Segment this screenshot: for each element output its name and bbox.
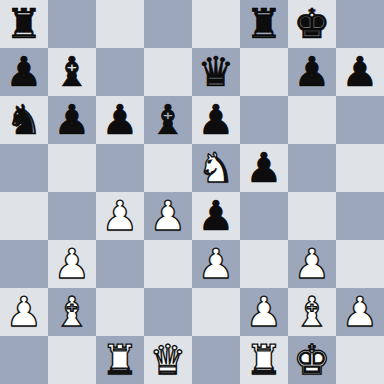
square-a4[interactable] (0, 192, 48, 240)
square-e7[interactable]: ♛ (192, 48, 240, 96)
piece-black-rook[interactable]: ♜ (246, 0, 283, 48)
piece-white-pawn[interactable]: ♟ (198, 240, 235, 288)
square-b7[interactable]: ♝ (48, 48, 96, 96)
square-f2[interactable]: ♟ (240, 288, 288, 336)
square-f7[interactable] (240, 48, 288, 96)
square-c1[interactable]: ♜ (96, 336, 144, 384)
piece-white-pawn[interactable]: ♟ (54, 240, 91, 288)
piece-black-knight[interactable]: ♞ (6, 96, 43, 144)
square-g3[interactable]: ♟ (288, 240, 336, 288)
square-h5[interactable] (336, 144, 384, 192)
square-g6[interactable] (288, 96, 336, 144)
square-g4[interactable] (288, 192, 336, 240)
square-a8[interactable]: ♜ (0, 0, 48, 48)
square-h7[interactable]: ♟ (336, 48, 384, 96)
piece-white-bishop[interactable]: ♝ (294, 288, 331, 336)
piece-white-knight[interactable]: ♞ (198, 144, 235, 192)
square-d5[interactable] (144, 144, 192, 192)
piece-white-pawn[interactable]: ♟ (342, 288, 379, 336)
square-f4[interactable] (240, 192, 288, 240)
square-b4[interactable] (48, 192, 96, 240)
square-h4[interactable] (336, 192, 384, 240)
piece-black-pawn[interactable]: ♟ (342, 48, 379, 96)
square-f6[interactable] (240, 96, 288, 144)
square-h8[interactable] (336, 0, 384, 48)
square-e3[interactable]: ♟ (192, 240, 240, 288)
square-h2[interactable]: ♟ (336, 288, 384, 336)
square-b3[interactable]: ♟ (48, 240, 96, 288)
square-g8[interactable]: ♚ (288, 0, 336, 48)
piece-black-bishop[interactable]: ♝ (54, 48, 91, 96)
piece-black-pawn[interactable]: ♟ (198, 192, 235, 240)
square-c5[interactable] (96, 144, 144, 192)
square-e5[interactable]: ♞ (192, 144, 240, 192)
piece-black-pawn[interactable]: ♟ (294, 48, 331, 96)
piece-black-pawn[interactable]: ♟ (54, 96, 91, 144)
square-h6[interactable] (336, 96, 384, 144)
square-c6[interactable]: ♟ (96, 96, 144, 144)
piece-white-queen[interactable]: ♛ (150, 336, 187, 384)
square-e1[interactable] (192, 336, 240, 384)
square-d7[interactable] (144, 48, 192, 96)
piece-black-bishop[interactable]: ♝ (150, 96, 187, 144)
square-c4[interactable]: ♟ (96, 192, 144, 240)
piece-black-king[interactable]: ♚ (294, 0, 331, 48)
square-c7[interactable] (96, 48, 144, 96)
square-e8[interactable] (192, 0, 240, 48)
piece-white-rook[interactable]: ♜ (246, 336, 283, 384)
piece-black-pawn[interactable]: ♟ (198, 96, 235, 144)
square-f3[interactable] (240, 240, 288, 288)
square-b6[interactable]: ♟ (48, 96, 96, 144)
square-e4[interactable]: ♟ (192, 192, 240, 240)
piece-white-pawn[interactable]: ♟ (102, 192, 139, 240)
piece-white-rook[interactable]: ♜ (102, 336, 139, 384)
piece-black-pawn[interactable]: ♟ (6, 48, 43, 96)
square-a1[interactable] (0, 336, 48, 384)
square-h3[interactable] (336, 240, 384, 288)
square-h1[interactable] (336, 336, 384, 384)
square-d2[interactable] (144, 288, 192, 336)
square-f1[interactable]: ♜ (240, 336, 288, 384)
square-c8[interactable] (96, 0, 144, 48)
square-a6[interactable]: ♞ (0, 96, 48, 144)
square-d4[interactable]: ♟ (144, 192, 192, 240)
piece-black-rook[interactable]: ♜ (6, 0, 43, 48)
square-e2[interactable] (192, 288, 240, 336)
square-b1[interactable] (48, 336, 96, 384)
piece-black-pawn[interactable]: ♟ (102, 96, 139, 144)
square-d6[interactable]: ♝ (144, 96, 192, 144)
square-g5[interactable] (288, 144, 336, 192)
square-a2[interactable]: ♟ (0, 288, 48, 336)
square-b8[interactable] (48, 0, 96, 48)
square-a5[interactable] (0, 144, 48, 192)
piece-white-king[interactable]: ♚ (294, 336, 331, 384)
square-f8[interactable]: ♜ (240, 0, 288, 48)
square-f5[interactable]: ♟ (240, 144, 288, 192)
square-d8[interactable] (144, 0, 192, 48)
square-c3[interactable] (96, 240, 144, 288)
square-g1[interactable]: ♚ (288, 336, 336, 384)
piece-white-bishop[interactable]: ♝ (54, 288, 91, 336)
piece-black-queen[interactable]: ♛ (198, 48, 235, 96)
square-a3[interactable] (0, 240, 48, 288)
square-b5[interactable] (48, 144, 96, 192)
square-d3[interactable] (144, 240, 192, 288)
piece-white-pawn[interactable]: ♟ (150, 192, 187, 240)
square-a7[interactable]: ♟ (0, 48, 48, 96)
square-g2[interactable]: ♝ (288, 288, 336, 336)
piece-black-pawn[interactable]: ♟ (246, 144, 283, 192)
square-g7[interactable]: ♟ (288, 48, 336, 96)
square-e6[interactable]: ♟ (192, 96, 240, 144)
square-c2[interactable] (96, 288, 144, 336)
square-b2[interactable]: ♝ (48, 288, 96, 336)
chess-board: ♜♜♚♟♝♛♟♟♞♟♟♝♟♞♟♟♟♟♟♟♟♟♝♟♝♟♜♛♜♚ (0, 0, 384, 384)
square-d1[interactable]: ♛ (144, 336, 192, 384)
piece-white-pawn[interactable]: ♟ (246, 288, 283, 336)
piece-white-pawn[interactable]: ♟ (294, 240, 331, 288)
piece-white-pawn[interactable]: ♟ (6, 288, 43, 336)
